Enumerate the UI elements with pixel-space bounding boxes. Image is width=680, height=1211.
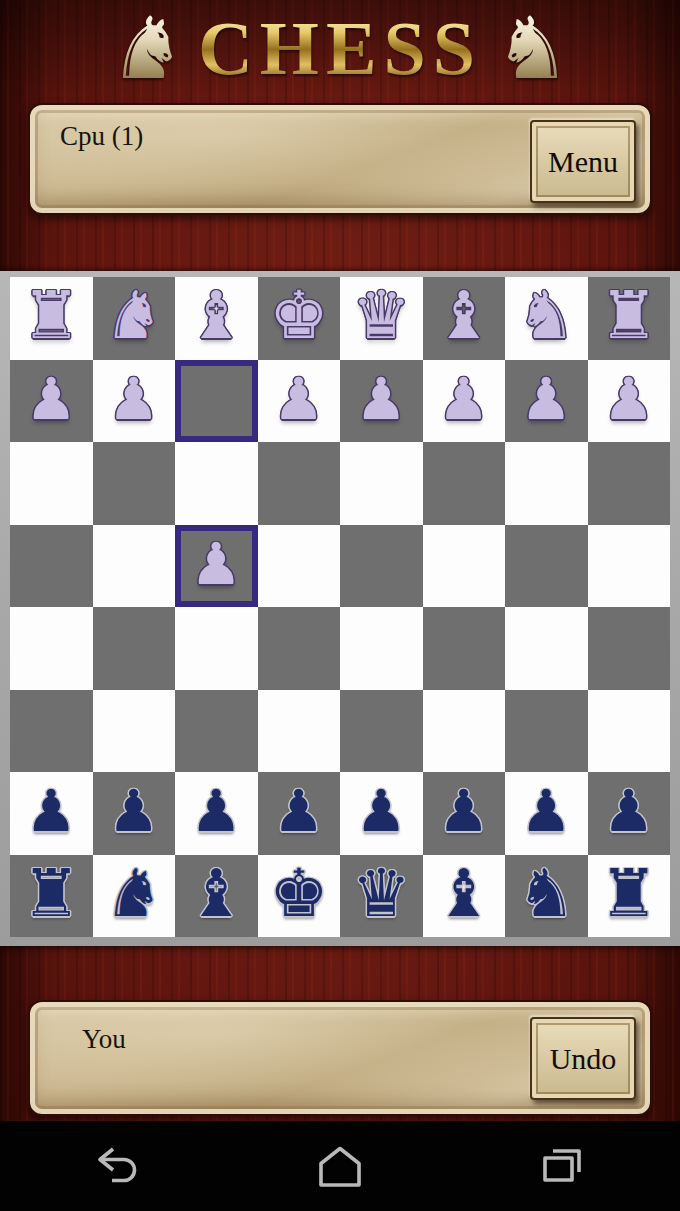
- square-c2[interactable]: ♟: [423, 360, 506, 443]
- chess-board: ♜♞♝♚♛♝♞♜♟♟♟♟♟♟♟♟♟♟♟♟♟♟♟♟♜♞♝♚♛♝♞♜: [0, 271, 680, 946]
- square-b4[interactable]: [505, 525, 588, 608]
- square-g8[interactable]: ♞: [93, 855, 176, 938]
- black-bishop: ♝: [187, 861, 246, 927]
- square-f7[interactable]: ♟: [175, 772, 258, 855]
- square-f2[interactable]: [175, 360, 258, 443]
- square-a8[interactable]: ♜: [588, 855, 671, 938]
- square-h1[interactable]: ♜: [10, 277, 93, 360]
- white-pawn: ♟: [108, 370, 160, 428]
- square-e2[interactable]: ♟: [258, 360, 341, 443]
- square-d4[interactable]: [340, 525, 423, 608]
- black-rook: ♜: [599, 861, 658, 927]
- white-bishop: ♝: [187, 283, 246, 349]
- square-d7[interactable]: ♟: [340, 772, 423, 855]
- black-pawn: ♟: [108, 782, 160, 840]
- square-g5[interactable]: [93, 607, 176, 690]
- white-pawn: ♟: [520, 370, 572, 428]
- square-h7[interactable]: ♟: [10, 772, 93, 855]
- black-pawn: ♟: [273, 782, 325, 840]
- black-pawn: ♟: [520, 782, 572, 840]
- square-h5[interactable]: [10, 607, 93, 690]
- black-rook: ♜: [22, 861, 81, 927]
- black-pawn: ♟: [25, 782, 77, 840]
- square-g6[interactable]: [93, 690, 176, 773]
- square-a4[interactable]: [588, 525, 671, 608]
- square-f3[interactable]: [175, 442, 258, 525]
- square-d3[interactable]: [340, 442, 423, 525]
- white-pawn: ♟: [25, 370, 77, 428]
- square-g3[interactable]: [93, 442, 176, 525]
- recents-button[interactable]: [530, 1134, 594, 1198]
- home-icon: [315, 1143, 365, 1189]
- white-rook: ♜: [22, 283, 81, 349]
- white-knight: ♞: [104, 283, 163, 349]
- opponent-label: Cpu (1): [60, 121, 143, 152]
- square-h8[interactable]: ♜: [10, 855, 93, 938]
- undo-button[interactable]: Undo: [530, 1017, 636, 1100]
- white-pawn: ♟: [190, 535, 242, 593]
- knight-logo-left-icon: ♞: [109, 5, 186, 91]
- square-b5[interactable]: [505, 607, 588, 690]
- menu-button[interactable]: Menu: [530, 120, 636, 203]
- square-f1[interactable]: ♝: [175, 277, 258, 360]
- recents-icon: [537, 1143, 587, 1189]
- square-e6[interactable]: [258, 690, 341, 773]
- square-g1[interactable]: ♞: [93, 277, 176, 360]
- square-a6[interactable]: [588, 690, 671, 773]
- square-h2[interactable]: ♟: [10, 360, 93, 443]
- white-rook: ♜: [599, 283, 658, 349]
- square-b7[interactable]: ♟: [505, 772, 588, 855]
- white-bishop: ♝: [434, 283, 493, 349]
- white-pawn: ♟: [603, 370, 655, 428]
- square-c1[interactable]: ♝: [423, 277, 506, 360]
- square-b6[interactable]: [505, 690, 588, 773]
- white-pawn: ♟: [273, 370, 325, 428]
- square-e5[interactable]: [258, 607, 341, 690]
- square-f4[interactable]: ♟: [175, 525, 258, 608]
- square-f8[interactable]: ♝: [175, 855, 258, 938]
- square-c3[interactable]: [423, 442, 506, 525]
- square-d6[interactable]: [340, 690, 423, 773]
- black-knight: ♞: [104, 861, 163, 927]
- square-c7[interactable]: ♟: [423, 772, 506, 855]
- opponent-panel: Cpu (1) Menu: [28, 103, 652, 215]
- square-c5[interactable]: [423, 607, 506, 690]
- black-pawn: ♟: [603, 782, 655, 840]
- white-pawn: ♟: [438, 370, 490, 428]
- android-nav-bar: [0, 1121, 680, 1211]
- square-b2[interactable]: ♟: [505, 360, 588, 443]
- title-bar: ♞ CHESS ♞: [0, 0, 680, 96]
- white-pawn: ♟: [355, 370, 407, 428]
- back-icon: [93, 1144, 143, 1188]
- white-king: ♚: [269, 283, 328, 349]
- square-e7[interactable]: ♟: [258, 772, 341, 855]
- player-panel: You Undo: [28, 1000, 652, 1116]
- black-queen: ♛: [352, 861, 411, 927]
- square-c6[interactable]: [423, 690, 506, 773]
- app-root: ♞ CHESS ♞ Cpu (1) Menu ♜♞♝♚♛♝♞♜♟♟♟♟♟♟♟♟♟…: [0, 0, 680, 1211]
- square-a5[interactable]: [588, 607, 671, 690]
- square-a1[interactable]: ♜: [588, 277, 671, 360]
- square-d1[interactable]: ♛: [340, 277, 423, 360]
- black-pawn: ♟: [438, 782, 490, 840]
- home-button[interactable]: [308, 1134, 372, 1198]
- square-g7[interactable]: ♟: [93, 772, 176, 855]
- square-a2[interactable]: ♟: [588, 360, 671, 443]
- square-g2[interactable]: ♟: [93, 360, 176, 443]
- square-d8[interactable]: ♛: [340, 855, 423, 938]
- square-h4[interactable]: [10, 525, 93, 608]
- board-grid: ♜♞♝♚♛♝♞♜♟♟♟♟♟♟♟♟♟♟♟♟♟♟♟♟♜♞♝♚♛♝♞♜: [10, 277, 670, 937]
- black-knight: ♞: [517, 861, 576, 927]
- square-a3[interactable]: [588, 442, 671, 525]
- square-b3[interactable]: [505, 442, 588, 525]
- square-g4[interactable]: [93, 525, 176, 608]
- square-b1[interactable]: ♞: [505, 277, 588, 360]
- square-c8[interactable]: ♝: [423, 855, 506, 938]
- square-d2[interactable]: ♟: [340, 360, 423, 443]
- white-queen: ♛: [352, 283, 411, 349]
- white-knight: ♞: [517, 283, 576, 349]
- square-f5[interactable]: [175, 607, 258, 690]
- square-b8[interactable]: ♞: [505, 855, 588, 938]
- square-e1[interactable]: ♚: [258, 277, 341, 360]
- square-e8[interactable]: ♚: [258, 855, 341, 938]
- square-d5[interactable]: [340, 607, 423, 690]
- black-pawn: ♟: [190, 782, 242, 840]
- square-a7[interactable]: ♟: [588, 772, 671, 855]
- square-e4[interactable]: [258, 525, 341, 608]
- knight-logo-right-icon: ♞: [494, 5, 571, 91]
- black-king: ♚: [269, 861, 328, 927]
- square-h3[interactable]: [10, 442, 93, 525]
- square-h6[interactable]: [10, 690, 93, 773]
- black-pawn: ♟: [355, 782, 407, 840]
- square-c4[interactable]: [423, 525, 506, 608]
- square-e3[interactable]: [258, 442, 341, 525]
- app-title: CHESS: [198, 10, 482, 86]
- player-label: You: [82, 1024, 126, 1055]
- back-button[interactable]: [86, 1134, 150, 1198]
- square-f6[interactable]: [175, 690, 258, 773]
- black-bishop: ♝: [434, 861, 493, 927]
